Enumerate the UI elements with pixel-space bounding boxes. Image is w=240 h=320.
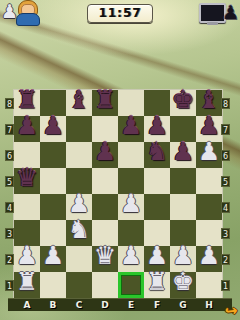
rank-label-4-left: 4 bbox=[5, 202, 14, 213]
white-pawn-h2: ♟ bbox=[196, 243, 222, 269]
monitor-stand bbox=[207, 22, 218, 25]
square-g2[interactable]: ♟ bbox=[170, 246, 196, 272]
square-d1[interactable] bbox=[92, 272, 118, 298]
file-label-d: D bbox=[92, 299, 118, 312]
black-rook-a8: ♜ bbox=[14, 87, 40, 113]
square-f3[interactable] bbox=[144, 220, 170, 246]
square-e3[interactable] bbox=[118, 220, 144, 246]
square-g4[interactable] bbox=[170, 194, 196, 220]
white-pawn-f2: ♟ bbox=[144, 243, 170, 269]
square-b7[interactable]: ♟ bbox=[40, 116, 66, 142]
rank-label-6-left: 6 bbox=[5, 150, 14, 161]
black-bishop-c8: ♝ bbox=[66, 87, 92, 113]
square-b2[interactable]: ♟ bbox=[40, 246, 66, 272]
game-timer: 11:57 bbox=[87, 4, 153, 23]
square-f6[interactable]: ♞ bbox=[144, 142, 170, 168]
white-pawn-g2: ♟ bbox=[170, 243, 196, 269]
square-c8[interactable]: ♝ bbox=[66, 90, 92, 116]
rank-label-1-right: 1 bbox=[221, 280, 230, 291]
square-a3[interactable] bbox=[14, 220, 40, 246]
white-pawn-e4: ♟ bbox=[118, 191, 144, 217]
square-d2[interactable]: ♛ bbox=[92, 246, 118, 272]
rank-label-3-left: 3 bbox=[5, 228, 14, 239]
square-f1[interactable]: ♜ bbox=[144, 272, 170, 298]
rank-label-8-left: 8 bbox=[5, 98, 14, 109]
square-e8[interactable] bbox=[118, 90, 144, 116]
square-b4[interactable] bbox=[40, 194, 66, 220]
black-pawn-b7: ♟ bbox=[40, 113, 66, 139]
square-g6[interactable]: ♟ bbox=[170, 142, 196, 168]
square-a8[interactable]: ♜ bbox=[14, 90, 40, 116]
rank-label-4-right: 4 bbox=[221, 202, 230, 213]
rank-label-7-right: 7 bbox=[221, 124, 230, 135]
black-pawn-icon: ♟ bbox=[222, 1, 239, 23]
square-d8[interactable]: ♜ bbox=[92, 90, 118, 116]
square-e1[interactable] bbox=[118, 272, 144, 298]
square-d5[interactable] bbox=[92, 168, 118, 194]
square-h8[interactable]: ♝ bbox=[196, 90, 222, 116]
file-label-a: A bbox=[14, 299, 40, 312]
square-e5[interactable] bbox=[118, 168, 144, 194]
square-d6[interactable]: ♟ bbox=[92, 142, 118, 168]
square-g3[interactable] bbox=[170, 220, 196, 246]
file-label-g: G bbox=[170, 299, 196, 312]
file-label-h: H bbox=[196, 299, 222, 312]
human-avatar-icon bbox=[14, 0, 41, 25]
square-c1[interactable] bbox=[66, 272, 92, 298]
square-h2[interactable]: ♟ bbox=[196, 246, 222, 272]
square-c5[interactable] bbox=[66, 168, 92, 194]
file-label-b: B bbox=[40, 299, 66, 312]
file-label-strip: ABCDEFGH bbox=[8, 298, 232, 311]
square-a6[interactable] bbox=[14, 142, 40, 168]
rank-label-8-right: 8 bbox=[221, 98, 230, 109]
white-pawn-h6: ♟ bbox=[196, 139, 222, 165]
square-a1[interactable]: ♜ bbox=[14, 272, 40, 298]
rank-label-2-right: 2 bbox=[221, 254, 230, 265]
chess-app-screen: ♟ 11:57 ♟ ♜♝♜♚♝♟♟♟♟♟♟♞♟♟♛♟♟♞♟♟♛♟♟♟♟♜♜♚ 8… bbox=[0, 0, 240, 320]
rank-label-2-left: 2 bbox=[5, 254, 14, 265]
rank-label-1-left: 1 bbox=[5, 280, 14, 291]
white-pawn-b2: ♟ bbox=[40, 243, 66, 269]
square-e2[interactable]: ♟ bbox=[118, 246, 144, 272]
square-f4[interactable] bbox=[144, 194, 170, 220]
file-label-f: F bbox=[144, 299, 170, 312]
black-bishop-h8: ♝ bbox=[196, 87, 222, 113]
square-f5[interactable] bbox=[144, 168, 170, 194]
rank-label-3-right: 3 bbox=[221, 228, 230, 239]
black-knight-f6: ♞ bbox=[144, 139, 170, 165]
white-rook-a1: ♜ bbox=[14, 269, 40, 295]
square-a5[interactable]: ♛ bbox=[14, 168, 40, 194]
chess-board: ♜♝♜♚♝♟♟♟♟♟♟♞♟♟♛♟♟♞♟♟♛♟♟♟♟♜♜♚ bbox=[14, 90, 222, 298]
square-e6[interactable] bbox=[118, 142, 144, 168]
square-b3[interactable] bbox=[40, 220, 66, 246]
black-pawn-a7: ♟ bbox=[14, 113, 40, 139]
white-rook-f1: ♜ bbox=[144, 269, 170, 295]
avatar-shirt bbox=[16, 13, 40, 26]
square-e4[interactable]: ♟ bbox=[118, 194, 144, 220]
square-c2[interactable] bbox=[66, 246, 92, 272]
white-knight-c3: ♞ bbox=[66, 217, 92, 243]
square-g1[interactable]: ♚ bbox=[170, 272, 196, 298]
black-queen-a5: ♛ bbox=[14, 165, 40, 191]
black-pawn-d6: ♟ bbox=[92, 139, 118, 165]
rank-label-5-left: 5 bbox=[5, 176, 14, 187]
square-c4[interactable]: ♟ bbox=[66, 194, 92, 220]
square-b8[interactable] bbox=[40, 90, 66, 116]
square-h1[interactable] bbox=[196, 272, 222, 298]
black-pawn-g6: ♟ bbox=[170, 139, 196, 165]
square-a2[interactable]: ♟ bbox=[14, 246, 40, 272]
square-h5[interactable] bbox=[196, 168, 222, 194]
white-pawn-e2: ♟ bbox=[118, 243, 144, 269]
square-c3[interactable]: ♞ bbox=[66, 220, 92, 246]
square-d7[interactable] bbox=[92, 116, 118, 142]
black-king-g8: ♚ bbox=[170, 87, 196, 113]
black-pawn-e7: ♟ bbox=[118, 113, 144, 139]
square-c7[interactable] bbox=[66, 116, 92, 142]
file-label-c: C bbox=[66, 299, 92, 312]
rank-label-7-left: 7 bbox=[5, 124, 14, 135]
computer-monitor-icon bbox=[199, 3, 224, 24]
file-label-e: E bbox=[118, 299, 144, 312]
square-g5[interactable] bbox=[170, 168, 196, 194]
white-queen-d2: ♛ bbox=[92, 243, 118, 269]
square-f7[interactable]: ♟ bbox=[144, 116, 170, 142]
square-e7[interactable]: ♟ bbox=[118, 116, 144, 142]
square-b6[interactable] bbox=[40, 142, 66, 168]
square-a4[interactable] bbox=[14, 194, 40, 220]
black-pawn-h7: ♟ bbox=[196, 113, 222, 139]
square-f8[interactable] bbox=[144, 90, 170, 116]
square-d3[interactable] bbox=[92, 220, 118, 246]
white-pawn-c4: ♟ bbox=[66, 191, 92, 217]
square-b5[interactable] bbox=[40, 168, 66, 194]
square-f2[interactable]: ♟ bbox=[144, 246, 170, 272]
square-h4[interactable] bbox=[196, 194, 222, 220]
square-g7[interactable] bbox=[170, 116, 196, 142]
white-king-g1: ♚ bbox=[170, 269, 196, 295]
top-bar: ♟ 11:57 ♟ bbox=[0, 0, 240, 30]
square-h7[interactable]: ♟ bbox=[196, 116, 222, 142]
square-c6[interactable] bbox=[66, 142, 92, 168]
square-h3[interactable] bbox=[196, 220, 222, 246]
square-a7[interactable]: ♟ bbox=[14, 116, 40, 142]
rank-label-5-right: 5 bbox=[221, 176, 230, 187]
rank-label-6-right: 6 bbox=[221, 150, 230, 161]
undo-arrow-icon[interactable]: ↪ bbox=[224, 301, 239, 320]
black-pawn-f7: ♟ bbox=[144, 113, 170, 139]
square-d4[interactable] bbox=[92, 194, 118, 220]
square-h6[interactable]: ♟ bbox=[196, 142, 222, 168]
white-pawn-a2: ♟ bbox=[14, 243, 40, 269]
black-rook-d8: ♜ bbox=[92, 87, 118, 113]
square-g8[interactable]: ♚ bbox=[170, 90, 196, 116]
square-b1[interactable] bbox=[40, 272, 66, 298]
